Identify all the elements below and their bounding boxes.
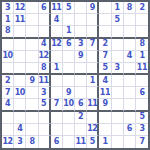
- cell-r11c5-empty[interactable]: [51, 124, 63, 136]
- cell-r8c6-given-9[interactable]: 9: [63, 87, 75, 99]
- cell-r1c11-given-8[interactable]: 8: [124, 2, 136, 14]
- cell-r6c6-empty[interactable]: [63, 63, 75, 75]
- cell-r1c9-empty[interactable]: [99, 2, 111, 14]
- cell-r1c8-given-9[interactable]: 9: [87, 2, 99, 14]
- cell-r7c4-given-11[interactable]: 11: [39, 75, 51, 87]
- cell-r3c5-empty[interactable]: [51, 26, 63, 38]
- cell-r5c10-empty[interactable]: [112, 51, 124, 63]
- cell-r3c11-empty[interactable]: [124, 26, 136, 38]
- cell-r11c2-given-4[interactable]: 4: [14, 124, 26, 136]
- cell-r7c8-given-1[interactable]: 1: [87, 75, 99, 87]
- cell-r8c12-given-6[interactable]: 6: [136, 87, 148, 99]
- cell-r6c2-empty[interactable]: [14, 63, 26, 75]
- cell-r2c4-empty[interactable]: [39, 14, 51, 26]
- cell-r8c10-empty[interactable]: [112, 87, 124, 99]
- cell-r4c9-given-2[interactable]: 2: [99, 39, 111, 51]
- cell-r6c4-given-8[interactable]: 8: [39, 63, 51, 75]
- cell-r4c11-empty[interactable]: [124, 39, 136, 51]
- cell-r1c4-given-6[interactable]: 6: [39, 2, 51, 14]
- cell-r12c1-given-12[interactable]: 12: [2, 136, 14, 148]
- cell-r9c12-empty[interactable]: [136, 99, 148, 111]
- cell-r9c4-given-5[interactable]: 5: [39, 99, 51, 111]
- cell-r3c12-empty[interactable]: [136, 26, 148, 38]
- cell-r2c8-empty[interactable]: [87, 14, 99, 26]
- cell-r7c6-empty[interactable]: [63, 75, 75, 87]
- cell-r7c10-empty[interactable]: [112, 75, 124, 87]
- cell-r10c7-given-2[interactable]: 2: [75, 112, 87, 124]
- cell-r5c12-given-1[interactable]: 1: [136, 51, 148, 63]
- cell-r6c7-empty[interactable]: [75, 63, 87, 75]
- cell-r3c6-given-1[interactable]: 1: [63, 26, 75, 38]
- cell-r3c1-given-8[interactable]: 8: [2, 26, 14, 38]
- cell-r3c3-empty[interactable]: [26, 26, 38, 38]
- cell-r1c6-given-5[interactable]: 5: [63, 2, 75, 14]
- cell-r2c12-empty[interactable]: [136, 14, 148, 26]
- cell-r10c5-empty[interactable]: [51, 112, 63, 124]
- cell-r11c7-empty[interactable]: [75, 124, 87, 136]
- cell-r6c3-empty[interactable]: [26, 63, 38, 75]
- cell-r12c3-given-8[interactable]: 8: [26, 136, 38, 148]
- cell-r2c9-empty[interactable]: [99, 14, 111, 26]
- cell-r4c12-given-8[interactable]: 8: [136, 39, 148, 51]
- cell-r10c6-empty[interactable]: [63, 112, 75, 124]
- cell-r9c2-empty[interactable]: [14, 99, 26, 111]
- cell-r8c9-given-11[interactable]: 11: [99, 87, 111, 99]
- cell-r3c9-empty[interactable]: [99, 26, 111, 38]
- cell-r8c11-empty[interactable]: [124, 87, 136, 99]
- cell-r2c5-given-4[interactable]: 4: [51, 14, 63, 26]
- cell-r8c7-empty[interactable]: [75, 87, 87, 99]
- cell-r4c7-given-3[interactable]: 3: [75, 39, 87, 51]
- cell-r10c3-empty[interactable]: [26, 112, 38, 124]
- cell-r10c8-empty[interactable]: [87, 112, 99, 124]
- cell-r10c2-empty[interactable]: [14, 112, 26, 124]
- cell-r9c1-given-4[interactable]: 4: [2, 99, 14, 111]
- cell-r9c10-empty[interactable]: [112, 99, 124, 111]
- cell-r7c1-given-2[interactable]: 2: [2, 75, 14, 87]
- cell-r2c2-given-11[interactable]: 11: [14, 14, 26, 26]
- cell-r2c10-given-5[interactable]: 5: [112, 14, 124, 26]
- cell-r8c3-empty[interactable]: [26, 87, 38, 99]
- cell-r1c2-given-12[interactable]: 12: [14, 2, 26, 14]
- cell-r11c1-empty[interactable]: [2, 124, 14, 136]
- cell-r1c1-given-3[interactable]: 3: [2, 2, 14, 14]
- cell-r8c5-empty[interactable]: [51, 87, 63, 99]
- cell-r5c2-empty[interactable]: [14, 51, 26, 63]
- cell-r5c7-given-9[interactable]: 9: [75, 51, 87, 63]
- cell-r4c3-empty[interactable]: [26, 39, 38, 51]
- cell-r12c10-empty[interactable]: [112, 136, 124, 148]
- cell-r9c6-given-10[interactable]: 10: [63, 99, 75, 111]
- cell-r5c11-given-4[interactable]: 4: [124, 51, 136, 63]
- cell-r1c3-empty[interactable]: [26, 2, 38, 14]
- cell-r7c3-given-9[interactable]: 9: [26, 75, 38, 87]
- cell-r4c4-given-4[interactable]: 4: [39, 39, 51, 51]
- cell-r3c4-empty[interactable]: [39, 26, 51, 38]
- cell-r12c7-given-11[interactable]: 11: [75, 136, 87, 148]
- cell-r11c6-empty[interactable]: [63, 124, 75, 136]
- cell-r5c5-empty[interactable]: [51, 51, 63, 63]
- cell-r11c3-empty[interactable]: [26, 124, 38, 136]
- cell-r11c10-empty[interactable]: [112, 124, 124, 136]
- cell-r8c4-given-3[interactable]: 3: [39, 87, 51, 99]
- cell-r9c11-empty[interactable]: [124, 99, 136, 111]
- cell-r7c11-empty[interactable]: [124, 75, 136, 87]
- cell-r5c4-given-12[interactable]: 12: [39, 51, 51, 63]
- cell-r1c7-empty[interactable]: [75, 2, 87, 14]
- cell-r8c1-given-7[interactable]: 7: [2, 87, 14, 99]
- cell-r11c11-given-6[interactable]: 6: [124, 124, 136, 136]
- cell-r4c5-given-12[interactable]: 12: [51, 39, 63, 51]
- cell-r5c1-given-10[interactable]: 10: [2, 51, 14, 63]
- cell-r6c1-empty[interactable]: [2, 63, 14, 75]
- cell-r5c9-given-7[interactable]: 7: [99, 51, 111, 63]
- cell-r10c1-empty[interactable]: [2, 112, 14, 124]
- cell-r4c6-given-6[interactable]: 6: [63, 39, 75, 51]
- cell-r12c8-given-5[interactable]: 5: [87, 136, 99, 148]
- cell-r10c11-empty[interactable]: [124, 112, 136, 124]
- cell-r3c2-empty[interactable]: [14, 26, 26, 38]
- cell-r6c5-given-1[interactable]: 1: [51, 63, 63, 75]
- cell-r1c5-given-11[interactable]: 11: [51, 2, 63, 14]
- cell-r3c8-empty[interactable]: [87, 26, 99, 38]
- cell-r8c2-given-10[interactable]: 10: [14, 87, 26, 99]
- cell-r12c9-given-1[interactable]: 1: [99, 136, 111, 148]
- cell-r5c8-empty[interactable]: [87, 51, 99, 63]
- cell-r8c8-empty[interactable]: [87, 87, 99, 99]
- cell-r6c10-given-3[interactable]: 3: [112, 63, 124, 75]
- cell-r12c4-empty[interactable]: [39, 136, 51, 148]
- cell-r10c9-empty[interactable]: [99, 112, 111, 124]
- cell-r11c9-empty[interactable]: [99, 124, 111, 136]
- cell-r4c1-empty[interactable]: [2, 39, 14, 51]
- cell-r7c2-empty[interactable]: [14, 75, 26, 87]
- cell-r11c8-given-12[interactable]: 12: [87, 124, 99, 136]
- cell-r2c7-empty[interactable]: [75, 14, 87, 26]
- cell-r2c6-empty[interactable]: [63, 14, 75, 26]
- cell-r5c6-empty[interactable]: [63, 51, 75, 63]
- cell-r6c12-given-11[interactable]: 11: [136, 63, 148, 75]
- cell-r12c6-empty[interactable]: [63, 136, 75, 148]
- cell-r4c2-empty[interactable]: [14, 39, 26, 51]
- cell-r11c12-given-3[interactable]: 3: [136, 124, 148, 136]
- cell-r12c5-given-6[interactable]: 6: [51, 136, 63, 148]
- cell-r9c9-given-9[interactable]: 9: [99, 99, 111, 111]
- cell-r12c11-empty[interactable]: [124, 136, 136, 148]
- cell-r4c10-empty[interactable]: [112, 39, 124, 51]
- cell-r11c4-empty[interactable]: [39, 124, 51, 136]
- sudoku-board: 3126115918211145814126372810129741815311…: [0, 0, 150, 150]
- cell-r7c9-given-4[interactable]: 4: [99, 75, 111, 87]
- cell-r9c3-empty[interactable]: [26, 99, 38, 111]
- cell-r7c12-empty[interactable]: [136, 75, 148, 87]
- cell-r3c10-empty[interactable]: [112, 26, 124, 38]
- cell-r7c7-empty[interactable]: [75, 75, 87, 87]
- cell-r10c12-given-5[interactable]: 5: [136, 112, 148, 124]
- cell-r1c12-given-2[interactable]: 2: [136, 2, 148, 14]
- cell-r4c8-given-7[interactable]: 7: [87, 39, 99, 51]
- cell-r12c2-given-3[interactable]: 3: [14, 136, 26, 148]
- cell-r12c12-given-7[interactable]: 7: [136, 136, 148, 148]
- cell-r6c8-empty[interactable]: [87, 63, 99, 75]
- cell-r10c4-empty[interactable]: [39, 112, 51, 124]
- cell-r2c1-given-1[interactable]: 1: [2, 14, 14, 26]
- cell-r5c3-empty[interactable]: [26, 51, 38, 63]
- cell-r9c7-given-6[interactable]: 6: [75, 99, 87, 111]
- cell-r7c5-empty[interactable]: [51, 75, 63, 87]
- cell-r2c3-empty[interactable]: [26, 14, 38, 26]
- cell-r3c7-empty[interactable]: [75, 26, 87, 38]
- cell-r9c5-given-7[interactable]: 7: [51, 99, 63, 111]
- cell-r6c11-empty[interactable]: [124, 63, 136, 75]
- cell-r9c8-given-11[interactable]: 11: [87, 99, 99, 111]
- cell-r1c10-given-1[interactable]: 1: [112, 2, 124, 14]
- cell-r6c9-given-5[interactable]: 5: [99, 63, 111, 75]
- cell-r10c10-empty[interactable]: [112, 112, 124, 124]
- cell-r2c11-empty[interactable]: [124, 14, 136, 26]
